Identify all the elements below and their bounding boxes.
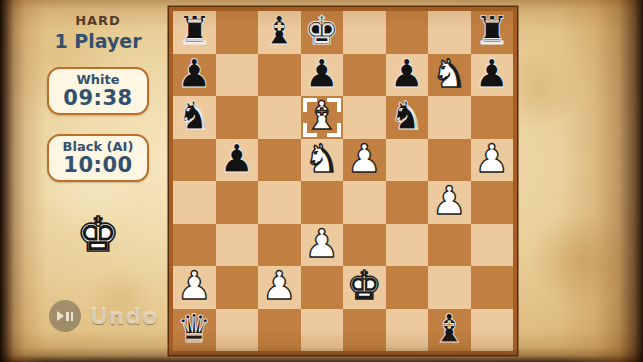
square-c7[interactable] (258, 54, 301, 97)
piece-black-pawn-a7[interactable]: ♟ (177, 54, 212, 93)
piece-white-pawn-g4[interactable]: ♟ (432, 181, 467, 220)
undo-button[interactable]: Undo (90, 304, 158, 329)
square-f6[interactable]: ♞ (386, 96, 429, 139)
play-icon (57, 311, 64, 321)
square-g5[interactable] (428, 139, 471, 182)
piece-white-knight-g7[interactable]: ♞ (432, 54, 467, 93)
square-e6[interactable] (343, 96, 386, 139)
square-d5[interactable]: ♞ (301, 139, 344, 182)
sidebar: HARD 1 Player White 09:38 Black (AI) 10:… (22, 0, 174, 332)
square-b5[interactable]: ♟ (216, 139, 259, 182)
square-g3[interactable] (428, 224, 471, 267)
square-a6[interactable]: ♞ (173, 96, 216, 139)
pause-icon (66, 312, 73, 321)
piece-white-pawn-d3[interactable]: ♟ (304, 224, 339, 263)
square-h8[interactable]: ♜ (471, 11, 514, 54)
piece-black-pawn-d7[interactable]: ♟ (304, 54, 339, 93)
square-e8[interactable] (343, 11, 386, 54)
square-h6[interactable] (471, 96, 514, 139)
square-e4[interactable] (343, 181, 386, 224)
square-b4[interactable] (216, 181, 259, 224)
undo-controls: Undo (22, 300, 174, 332)
square-d7[interactable]: ♟ (301, 54, 344, 97)
square-e5[interactable]: ♟ (343, 139, 386, 182)
square-a5[interactable] (173, 139, 216, 182)
square-g1[interactable]: ♝ (428, 309, 471, 352)
square-b6[interactable] (216, 96, 259, 139)
square-g8[interactable] (428, 11, 471, 54)
chess-board: ♜♝♚♜♟♟♟♞♟♞♝♞♟♞♟♟♟♟♟♟♚♛♝ (169, 7, 517, 355)
square-e3[interactable] (343, 224, 386, 267)
piece-black-bishop-g1[interactable]: ♝ (432, 309, 467, 348)
square-h7[interactable]: ♟ (471, 54, 514, 97)
square-b1[interactable] (216, 309, 259, 352)
piece-black-pawn-h7[interactable]: ♟ (474, 54, 509, 93)
piece-black-pawn-b5[interactable]: ♟ (219, 139, 254, 178)
square-f4[interactable] (386, 181, 429, 224)
piece-white-king-e2[interactable]: ♚ (347, 266, 382, 305)
piece-black-bishop-c8[interactable]: ♝ (262, 11, 297, 50)
square-b7[interactable] (216, 54, 259, 97)
piece-white-pawn-a2[interactable]: ♟ (177, 266, 212, 305)
difficulty-label: HARD (75, 13, 121, 28)
square-g6[interactable] (428, 96, 471, 139)
square-e1[interactable] (343, 309, 386, 352)
white-clock: White 09:38 (47, 67, 149, 115)
square-h1[interactable] (471, 309, 514, 352)
square-c5[interactable] (258, 139, 301, 182)
square-h5[interactable]: ♟ (471, 139, 514, 182)
piece-black-knight-a6[interactable]: ♞ (177, 96, 212, 135)
square-b8[interactable] (216, 11, 259, 54)
black-clock: Black (AI) 10:00 (47, 134, 149, 182)
white-clock-label: White (76, 72, 119, 87)
square-a8[interactable]: ♜ (173, 11, 216, 54)
play-pause-button[interactable] (49, 300, 81, 332)
square-c6[interactable] (258, 96, 301, 139)
piece-black-knight-f6[interactable]: ♞ (389, 96, 424, 135)
square-e2[interactable]: ♚ (343, 266, 386, 309)
square-a7[interactable]: ♟ (173, 54, 216, 97)
square-c4[interactable] (258, 181, 301, 224)
square-g7[interactable]: ♞ (428, 54, 471, 97)
square-d8[interactable]: ♚ (301, 11, 344, 54)
square-c8[interactable]: ♝ (258, 11, 301, 54)
square-h4[interactable] (471, 181, 514, 224)
black-clock-time: 10:00 (63, 154, 132, 177)
square-g4[interactable]: ♟ (428, 181, 471, 224)
white-clock-time: 09:38 (63, 87, 132, 110)
square-d1[interactable] (301, 309, 344, 352)
piece-black-rook-a8[interactable]: ♜ (177, 11, 212, 50)
square-g2[interactable] (428, 266, 471, 309)
square-d3[interactable]: ♟ (301, 224, 344, 267)
square-c2[interactable]: ♟ (258, 266, 301, 309)
square-a2[interactable]: ♟ (173, 266, 216, 309)
piece-white-pawn-h5[interactable]: ♟ (474, 139, 509, 178)
piece-black-pawn-f7[interactable]: ♟ (389, 54, 424, 93)
square-c1[interactable] (258, 309, 301, 352)
piece-white-knight-d5[interactable]: ♞ (304, 139, 339, 178)
square-d4[interactable] (301, 181, 344, 224)
square-f3[interactable] (386, 224, 429, 267)
square-b2[interactable] (216, 266, 259, 309)
piece-white-pawn-c2[interactable]: ♟ (262, 266, 297, 305)
piece-black-king-d8[interactable]: ♚ (304, 11, 339, 50)
square-d6[interactable]: ♝ (301, 96, 344, 139)
white-king-icon: ♚ (76, 208, 119, 260)
square-b3[interactable] (216, 224, 259, 267)
square-f8[interactable] (386, 11, 429, 54)
square-c3[interactable] (258, 224, 301, 267)
square-a4[interactable] (173, 181, 216, 224)
piece-white-pawn-e5[interactable]: ♟ (347, 139, 382, 178)
square-f1[interactable] (386, 309, 429, 352)
square-f7[interactable]: ♟ (386, 54, 429, 97)
mode-label: 1 Player (54, 30, 141, 52)
piece-black-queen-a1[interactable]: ♛ (177, 309, 212, 348)
square-h2[interactable] (471, 266, 514, 309)
square-a3[interactable] (173, 224, 216, 267)
square-d2[interactable] (301, 266, 344, 309)
square-a1[interactable]: ♛ (173, 309, 216, 352)
app-window: HARD 1 Player White 09:38 Black (AI) 10:… (0, 0, 643, 362)
square-h3[interactable] (471, 224, 514, 267)
piece-white-bishop-d6[interactable]: ♝ (304, 96, 339, 135)
piece-black-rook-h8[interactable]: ♜ (474, 11, 509, 50)
square-f5[interactable] (386, 139, 429, 182)
black-clock-label: Black (AI) (63, 139, 134, 154)
square-f2[interactable] (386, 266, 429, 309)
square-e7[interactable] (343, 54, 386, 97)
